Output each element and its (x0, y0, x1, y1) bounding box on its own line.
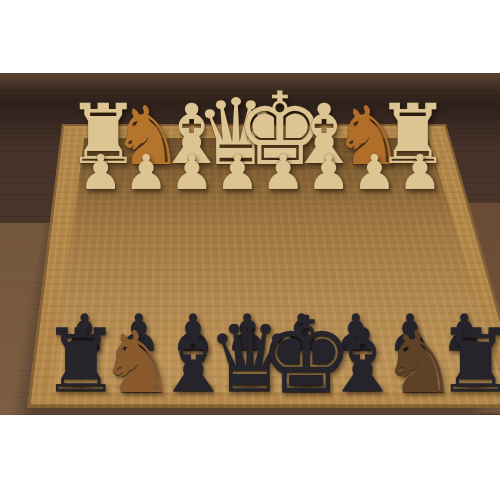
piece-white-pawn-g2[interactable]: ♟ (122, 148, 170, 196)
photo-area: ♜♞♝♛♚♝♞♜♟♟♟♟♟♟♟♟♟♟♟♟♟♟♟♟♜♞♝♛♚♝♞♜ (0, 73, 500, 415)
auction-photo: ♜♞♝♛♚♝♞♜♟♟♟♟♟♟♟♟♟♟♟♟♟♟♟♟♜♞♝♛♚♝♞♜ (0, 0, 500, 500)
piece-white-pawn-b2[interactable]: ♟ (350, 148, 398, 196)
piece-black-rook-a8[interactable]: ♜ (432, 318, 500, 406)
piece-white-pawn-d2[interactable]: ♟ (259, 148, 307, 196)
piece-white-pawn-h2[interactable]: ♟ (77, 148, 125, 196)
piece-white-pawn-c2[interactable]: ♟ (305, 148, 353, 196)
piece-white-pawn-a2[interactable]: ♟ (396, 148, 444, 196)
piece-white-pawn-f2[interactable]: ♟ (168, 148, 216, 196)
piece-white-pawn-e2[interactable]: ♟ (213, 148, 261, 196)
